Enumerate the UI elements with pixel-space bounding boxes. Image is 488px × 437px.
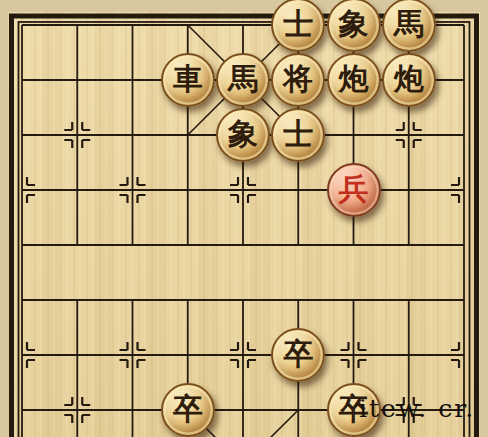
piece-character: 卒 bbox=[173, 394, 203, 424]
piece-red-soldier[interactable]: 兵 bbox=[327, 163, 381, 217]
xiangqi-board: 士象馬車馬将炮炮象士兵卒卒卒 itew. cr. bbox=[0, 0, 488, 437]
piece-character: 馬 bbox=[228, 64, 258, 94]
piece-black-cannon[interactable]: 炮 bbox=[382, 53, 436, 107]
piece-character: 馬 bbox=[394, 9, 424, 39]
piece-grid: 士象馬車馬将炮炮象士兵卒卒卒 bbox=[0, 0, 488, 437]
piece-black-soldier[interactable]: 卒 bbox=[271, 328, 325, 382]
piece-black-advisor[interactable]: 士 bbox=[271, 108, 325, 162]
piece-black-advisor[interactable]: 士 bbox=[271, 0, 325, 52]
piece-black-cannon[interactable]: 炮 bbox=[327, 53, 381, 107]
piece-character: 士 bbox=[283, 9, 313, 39]
piece-black-general[interactable]: 将 bbox=[271, 53, 325, 107]
piece-character: 炮 bbox=[394, 64, 424, 94]
piece-black-chariot[interactable]: 車 bbox=[161, 53, 215, 107]
piece-character: 炮 bbox=[339, 64, 369, 94]
piece-black-soldier[interactable]: 卒 bbox=[161, 383, 215, 437]
piece-character: 士 bbox=[283, 119, 313, 149]
piece-character: 将 bbox=[283, 64, 313, 94]
piece-character: 象 bbox=[339, 9, 369, 39]
piece-character: 卒 bbox=[283, 339, 313, 369]
piece-black-horse[interactable]: 馬 bbox=[216, 53, 270, 107]
piece-character: 象 bbox=[228, 119, 258, 149]
piece-black-horse[interactable]: 馬 bbox=[382, 0, 436, 52]
piece-black-elephant[interactable]: 象 bbox=[216, 108, 270, 162]
piece-character: 兵 bbox=[339, 174, 369, 204]
piece-character: 車 bbox=[173, 64, 203, 94]
watermark-text: itew. cr. bbox=[359, 394, 475, 423]
piece-black-elephant[interactable]: 象 bbox=[327, 0, 381, 52]
